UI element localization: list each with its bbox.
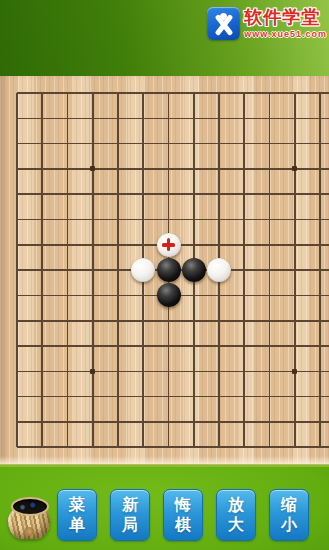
board-intersection[interactable] xyxy=(4,283,29,308)
board-intersection[interactable] xyxy=(156,409,181,434)
board-intersection[interactable] xyxy=(206,156,231,181)
button-label-char: 新 xyxy=(122,495,138,515)
board-intersection[interactable] xyxy=(80,80,105,105)
board-intersection[interactable] xyxy=(156,257,181,282)
board-intersection[interactable] xyxy=(282,232,307,257)
board-intersection[interactable] xyxy=(206,283,231,308)
board-intersection[interactable] xyxy=(30,384,55,409)
board-intersection[interactable] xyxy=(4,80,29,105)
board-intersection[interactable] xyxy=(232,232,257,257)
stone-bowl-opening xyxy=(11,497,49,516)
board-intersection[interactable] xyxy=(55,80,80,105)
button-label-char: 菜 xyxy=(69,495,85,515)
board-intersection[interactable] xyxy=(131,308,156,333)
board-intersection[interactable] xyxy=(30,308,55,333)
board-intersection[interactable] xyxy=(55,207,80,232)
board-intersection[interactable] xyxy=(4,257,29,282)
board-intersection[interactable] xyxy=(307,359,329,384)
board-intersection[interactable] xyxy=(307,131,329,156)
board-intersection[interactable] xyxy=(30,333,55,358)
board-intersection[interactable] xyxy=(80,409,105,434)
board-intersection[interactable] xyxy=(181,384,206,409)
board-intersection[interactable] xyxy=(282,131,307,156)
board-intersection[interactable] xyxy=(181,207,206,232)
board-intersection[interactable] xyxy=(4,207,29,232)
black-stone xyxy=(157,258,181,282)
board-intersection[interactable] xyxy=(206,131,231,156)
board-intersection[interactable] xyxy=(55,182,80,207)
board-intersection[interactable] xyxy=(80,257,105,282)
white-stone xyxy=(157,233,181,257)
board-intersection[interactable] xyxy=(257,384,282,409)
board-intersection[interactable] xyxy=(80,359,105,384)
star-point xyxy=(292,369,297,374)
board-intersection[interactable] xyxy=(282,257,307,282)
board-intersection[interactable] xyxy=(282,333,307,358)
board-intersection[interactable] xyxy=(206,333,231,358)
board-intersection[interactable] xyxy=(232,283,257,308)
board-intersection[interactable] xyxy=(257,182,282,207)
board-intersection[interactable] xyxy=(307,333,329,358)
board-intersection[interactable] xyxy=(232,409,257,434)
board-intersection[interactable] xyxy=(55,333,80,358)
board-intersection[interactable] xyxy=(181,257,206,282)
stone-bowl-icon xyxy=(8,497,50,539)
board-intersection[interactable] xyxy=(80,283,105,308)
stone-bowl-knot xyxy=(24,527,34,536)
xue51-logo-icon xyxy=(207,7,240,40)
board-intersection[interactable] xyxy=(80,207,105,232)
board-intersection[interactable] xyxy=(307,80,329,105)
board-intersection[interactable] xyxy=(257,308,282,333)
board-intersection[interactable] xyxy=(131,257,156,282)
board-intersection[interactable] xyxy=(257,131,282,156)
board-intersection[interactable] xyxy=(4,308,29,333)
board-intersection[interactable] xyxy=(156,359,181,384)
board-intersection[interactable] xyxy=(206,359,231,384)
board-intersection[interactable] xyxy=(105,359,130,384)
board-intersection[interactable] xyxy=(282,384,307,409)
board-intersection[interactable] xyxy=(307,156,329,181)
board-intersection[interactable] xyxy=(206,384,231,409)
board-intersection[interactable] xyxy=(156,308,181,333)
board-intersection[interactable] xyxy=(307,257,329,282)
undo-button[interactable]: 悔棋 xyxy=(163,489,203,541)
board-intersection[interactable] xyxy=(4,409,29,434)
board-intersection[interactable] xyxy=(232,384,257,409)
board-intersection[interactable] xyxy=(105,283,130,308)
board-intersection[interactable] xyxy=(181,409,206,434)
board-intersection[interactable] xyxy=(80,333,105,358)
board-intersection[interactable] xyxy=(30,131,55,156)
board-intersection[interactable] xyxy=(30,207,55,232)
board-intersection[interactable] xyxy=(80,131,105,156)
board-intersection[interactable] xyxy=(257,156,282,181)
black-stone xyxy=(157,283,181,307)
board-intersection[interactable] xyxy=(156,106,181,131)
button-label-char: 大 xyxy=(228,515,244,535)
board-intersection[interactable] xyxy=(80,156,105,181)
board-intersection[interactable] xyxy=(80,308,105,333)
board-intersection[interactable] xyxy=(156,333,181,358)
board-intersection[interactable] xyxy=(131,409,156,434)
board-intersection[interactable] xyxy=(282,182,307,207)
board-intersection[interactable] xyxy=(30,283,55,308)
button-label-char: 悔 xyxy=(175,495,191,515)
watermark-url: www.xue51.com xyxy=(244,29,327,40)
header-banner: 软件学堂 www.xue51.com xyxy=(0,0,329,77)
board-intersection[interactable] xyxy=(206,232,231,257)
board-intersection[interactable] xyxy=(156,131,181,156)
board-intersection[interactable] xyxy=(181,308,206,333)
board-intersection[interactable] xyxy=(257,207,282,232)
board-intersection[interactable] xyxy=(105,207,130,232)
bottom-toolbar: 菜单新局悔棋放大缩小 xyxy=(0,465,329,550)
board-intersection[interactable] xyxy=(181,232,206,257)
button-label-char: 局 xyxy=(122,515,138,535)
board-intersection[interactable] xyxy=(232,182,257,207)
board-intersection[interactable] xyxy=(4,384,29,409)
board-intersection[interactable] xyxy=(105,182,130,207)
button-label-char: 单 xyxy=(69,515,85,535)
board-intersection[interactable] xyxy=(307,207,329,232)
board-intersection[interactable] xyxy=(232,156,257,181)
board-intersection[interactable] xyxy=(282,156,307,181)
board-intersection[interactable] xyxy=(206,106,231,131)
board-intersection[interactable] xyxy=(257,106,282,131)
board-intersection[interactable] xyxy=(206,207,231,232)
board-intersection[interactable] xyxy=(156,182,181,207)
board-intersection[interactable] xyxy=(30,182,55,207)
app-screen: 软件学堂 www.xue51.com 菜单新局悔棋放大缩小 xyxy=(0,0,329,550)
board-intersection[interactable] xyxy=(257,359,282,384)
board-intersection[interactable] xyxy=(105,333,130,358)
board-intersection[interactable] xyxy=(4,106,29,131)
board-intersection[interactable] xyxy=(307,308,329,333)
board-intersection[interactable] xyxy=(282,359,307,384)
board-intersection[interactable] xyxy=(232,333,257,358)
board-intersection[interactable] xyxy=(131,283,156,308)
board-intersection[interactable] xyxy=(257,409,282,434)
button-label-char: 棋 xyxy=(175,515,191,535)
board-intersection[interactable] xyxy=(181,283,206,308)
star-point xyxy=(292,166,297,171)
board-intersection[interactable] xyxy=(282,207,307,232)
button-label-char: 缩 xyxy=(281,495,297,515)
board-intersection[interactable] xyxy=(131,131,156,156)
zoom-out-button[interactable]: 缩小 xyxy=(269,489,309,541)
board-intersection[interactable] xyxy=(307,409,329,434)
board-intersection[interactable] xyxy=(131,333,156,358)
board-intersection[interactable] xyxy=(55,384,80,409)
board-intersection[interactable] xyxy=(181,80,206,105)
board-intersection[interactable] xyxy=(232,131,257,156)
white-stone xyxy=(131,258,155,282)
board-intersection[interactable] xyxy=(4,182,29,207)
board-intersection[interactable] xyxy=(206,257,231,282)
board-intersection[interactable] xyxy=(282,308,307,333)
board-intersection[interactable] xyxy=(307,384,329,409)
board-intersection[interactable] xyxy=(105,308,130,333)
board-intersection[interactable] xyxy=(156,232,181,257)
board-intersection[interactable] xyxy=(80,384,105,409)
board-intersection[interactable] xyxy=(181,106,206,131)
board-intersection[interactable] xyxy=(105,156,130,181)
board-intersection[interactable] xyxy=(30,257,55,282)
board-intersection[interactable] xyxy=(131,359,156,384)
board-intersection[interactable] xyxy=(232,207,257,232)
star-point xyxy=(90,369,95,374)
board-intersection[interactable] xyxy=(55,131,80,156)
board-intersection[interactable] xyxy=(206,182,231,207)
board-intersection[interactable] xyxy=(282,106,307,131)
board-intersection[interactable] xyxy=(307,283,329,308)
board-intersection[interactable] xyxy=(131,207,156,232)
board-intersection[interactable] xyxy=(257,283,282,308)
board-intersection[interactable] xyxy=(156,80,181,105)
board-intersection[interactable] xyxy=(156,384,181,409)
board-intersection[interactable] xyxy=(206,409,231,434)
board-intersection[interactable] xyxy=(156,207,181,232)
board-intersection[interactable] xyxy=(206,80,231,105)
board-intersection[interactable] xyxy=(30,409,55,434)
board-intersection[interactable] xyxy=(181,182,206,207)
watermark: 软件学堂 www.xue51.com xyxy=(207,5,327,40)
board-intersection[interactable] xyxy=(282,409,307,434)
board-intersection[interactable] xyxy=(181,156,206,181)
board-intersection[interactable] xyxy=(282,283,307,308)
white-stone xyxy=(207,258,231,282)
board-intersection[interactable] xyxy=(131,80,156,105)
board-intersection[interactable] xyxy=(257,257,282,282)
board-intersection[interactable] xyxy=(4,131,29,156)
board-intersection[interactable] xyxy=(257,232,282,257)
board-intersection[interactable] xyxy=(232,80,257,105)
board-intersection[interactable] xyxy=(55,232,80,257)
board-intersection[interactable] xyxy=(30,359,55,384)
board-intersection[interactable] xyxy=(282,80,307,105)
board-intersection[interactable] xyxy=(232,359,257,384)
gomoku-board xyxy=(4,80,329,459)
board-intersection[interactable] xyxy=(232,257,257,282)
board-intersection[interactable] xyxy=(131,182,156,207)
board-intersection[interactable] xyxy=(307,106,329,131)
board-intersection[interactable] xyxy=(30,232,55,257)
board-intersection[interactable] xyxy=(4,359,29,384)
watermark-text: 软件学堂 www.xue51.com xyxy=(244,5,327,40)
board-intersection[interactable] xyxy=(4,333,29,358)
board-area xyxy=(0,76,329,465)
board-intersection[interactable] xyxy=(105,232,130,257)
board-intersection[interactable] xyxy=(80,182,105,207)
new-game-button[interactable]: 新局 xyxy=(110,489,150,541)
board-intersection[interactable] xyxy=(181,333,206,358)
board-intersection[interactable] xyxy=(105,384,130,409)
board-intersection[interactable] xyxy=(55,359,80,384)
black-stone xyxy=(182,258,206,282)
board-intersection[interactable] xyxy=(257,333,282,358)
board-intersection[interactable] xyxy=(156,283,181,308)
board-intersection[interactable] xyxy=(257,80,282,105)
button-label-char: 放 xyxy=(228,495,244,515)
board-intersection[interactable] xyxy=(131,106,156,131)
board-intersection[interactable] xyxy=(55,283,80,308)
board-intersection[interactable] xyxy=(55,409,80,434)
board-intersection[interactable] xyxy=(105,106,130,131)
board-intersection[interactable] xyxy=(55,257,80,282)
board-intersection[interactable] xyxy=(30,80,55,105)
board-intersection[interactable] xyxy=(105,131,130,156)
toolbar-buttons: 菜单新局悔棋放大缩小 xyxy=(57,489,309,541)
board-intersection[interactable] xyxy=(80,232,105,257)
board-intersection[interactable] xyxy=(232,308,257,333)
board-intersection[interactable] xyxy=(55,156,80,181)
board-intersection[interactable] xyxy=(307,232,329,257)
zoom-in-button[interactable]: 放大 xyxy=(216,489,256,541)
button-label-char: 小 xyxy=(281,515,297,535)
board-intersection[interactable] xyxy=(105,257,130,282)
board-intersection[interactable] xyxy=(55,106,80,131)
board-intersection[interactable] xyxy=(131,156,156,181)
board-intersection[interactable] xyxy=(131,232,156,257)
menu-button[interactable]: 菜单 xyxy=(57,489,97,541)
star-point xyxy=(90,166,95,171)
board-intersection[interactable] xyxy=(55,308,80,333)
board-intersection[interactable] xyxy=(156,156,181,181)
watermark-title: 软件学堂 xyxy=(244,5,327,29)
board-intersection[interactable] xyxy=(80,106,105,131)
board-intersection[interactable] xyxy=(4,156,29,181)
board-intersection[interactable] xyxy=(30,156,55,181)
last-move-marker xyxy=(162,238,175,251)
board-intersection[interactable] xyxy=(30,106,55,131)
board-intersection[interactable] xyxy=(206,308,231,333)
board-intersection[interactable] xyxy=(131,384,156,409)
board-bottom-edge xyxy=(0,456,329,465)
board-intersection[interactable] xyxy=(105,409,130,434)
board-intersection[interactable] xyxy=(105,80,130,105)
board-intersection[interactable] xyxy=(181,131,206,156)
board-intersection[interactable] xyxy=(232,106,257,131)
board-intersection[interactable] xyxy=(4,232,29,257)
board-intersection[interactable] xyxy=(307,182,329,207)
board-intersection[interactable] xyxy=(181,359,206,384)
